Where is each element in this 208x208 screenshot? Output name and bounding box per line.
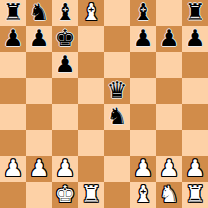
square-g6[interactable] (156, 52, 182, 78)
white-rook: ♜ (185, 182, 206, 207)
white-bishop: ♝ (133, 182, 154, 207)
square-h3[interactable] (182, 130, 208, 156)
black-pawn: ♟ (29, 26, 50, 51)
chess-board: ♜♞♝♝♝♜♟♟♚♟♟♟♟♛♞♟♟♟♟♟♟♚♜♝♞♜ (0, 0, 208, 208)
square-e2[interactable] (104, 156, 130, 182)
square-e1[interactable] (104, 182, 130, 208)
square-b1[interactable] (26, 182, 52, 208)
black-pawn: ♟ (133, 26, 154, 51)
white-pawn: ♟ (133, 156, 154, 181)
square-b6[interactable] (26, 52, 52, 78)
square-c6[interactable]: ♟ (52, 52, 78, 78)
square-a1[interactable] (0, 182, 26, 208)
square-h1[interactable]: ♜ (182, 182, 208, 208)
square-f6[interactable] (130, 52, 156, 78)
square-a6[interactable] (0, 52, 26, 78)
square-c1[interactable]: ♚ (52, 182, 78, 208)
square-e6[interactable] (104, 52, 130, 78)
square-f2[interactable]: ♟ (130, 156, 156, 182)
square-h2[interactable]: ♟ (182, 156, 208, 182)
square-b3[interactable] (26, 130, 52, 156)
black-queen: ♛ (107, 78, 128, 103)
white-king: ♚ (55, 182, 76, 207)
square-h7[interactable]: ♟ (182, 26, 208, 52)
square-b7[interactable]: ♟ (26, 26, 52, 52)
square-d5[interactable] (78, 78, 104, 104)
square-d8[interactable]: ♝ (78, 0, 104, 26)
black-rook: ♜ (185, 0, 206, 25)
square-h4[interactable] (182, 104, 208, 130)
square-g7[interactable]: ♟ (156, 26, 182, 52)
square-c4[interactable] (52, 104, 78, 130)
white-knight: ♞ (159, 182, 180, 207)
white-pawn: ♟ (29, 156, 50, 181)
square-c3[interactable] (52, 130, 78, 156)
square-g8[interactable] (156, 0, 182, 26)
square-a2[interactable]: ♟ (0, 156, 26, 182)
square-g3[interactable] (156, 130, 182, 156)
black-bishop: ♝ (55, 0, 76, 25)
square-c8[interactable]: ♝ (52, 0, 78, 26)
square-c5[interactable] (52, 78, 78, 104)
square-g4[interactable] (156, 104, 182, 130)
square-e4[interactable]: ♞ (104, 104, 130, 130)
square-h8[interactable]: ♜ (182, 0, 208, 26)
square-h6[interactable] (182, 52, 208, 78)
square-b8[interactable]: ♞ (26, 0, 52, 26)
black-king: ♚ (55, 26, 76, 51)
black-pawn: ♟ (185, 26, 206, 51)
square-a3[interactable] (0, 130, 26, 156)
square-g2[interactable]: ♟ (156, 156, 182, 182)
square-d2[interactable] (78, 156, 104, 182)
white-pawn: ♟ (55, 156, 76, 181)
square-f7[interactable]: ♟ (130, 26, 156, 52)
square-b2[interactable]: ♟ (26, 156, 52, 182)
square-f5[interactable] (130, 78, 156, 104)
white-pawn: ♟ (3, 156, 24, 181)
square-d1[interactable]: ♜ (78, 182, 104, 208)
square-d7[interactable] (78, 26, 104, 52)
square-g1[interactable]: ♞ (156, 182, 182, 208)
square-g5[interactable] (156, 78, 182, 104)
square-f4[interactable] (130, 104, 156, 130)
square-c7[interactable]: ♚ (52, 26, 78, 52)
white-rook: ♜ (81, 182, 102, 207)
white-pawn: ♟ (185, 156, 206, 181)
black-pawn: ♟ (55, 52, 76, 77)
square-a5[interactable] (0, 78, 26, 104)
white-bishop: ♝ (81, 0, 102, 25)
square-e5[interactable]: ♛ (104, 78, 130, 104)
black-pawn: ♟ (3, 26, 24, 51)
square-c2[interactable]: ♟ (52, 156, 78, 182)
square-e3[interactable] (104, 130, 130, 156)
square-d3[interactable] (78, 130, 104, 156)
square-b4[interactable] (26, 104, 52, 130)
square-e8[interactable] (104, 0, 130, 26)
black-bishop: ♝ (133, 0, 154, 25)
square-a8[interactable]: ♜ (0, 0, 26, 26)
square-e7[interactable] (104, 26, 130, 52)
white-pawn: ♟ (159, 156, 180, 181)
black-knight: ♞ (107, 104, 128, 129)
square-f8[interactable]: ♝ (130, 0, 156, 26)
square-h5[interactable] (182, 78, 208, 104)
square-d4[interactable] (78, 104, 104, 130)
square-f1[interactable]: ♝ (130, 182, 156, 208)
square-a4[interactable] (0, 104, 26, 130)
square-d6[interactable] (78, 52, 104, 78)
square-b5[interactable] (26, 78, 52, 104)
black-knight: ♞ (29, 0, 50, 25)
square-a7[interactable]: ♟ (0, 26, 26, 52)
black-pawn: ♟ (159, 26, 180, 51)
square-f3[interactable] (130, 130, 156, 156)
black-rook: ♜ (3, 0, 24, 25)
